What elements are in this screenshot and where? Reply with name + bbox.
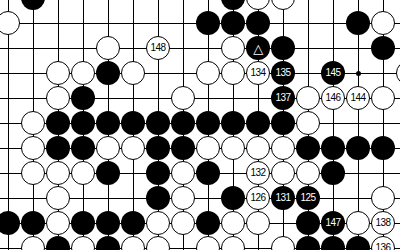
- stone-black: [96, 61, 120, 85]
- stone-white: [46, 186, 70, 210]
- stone-black: [121, 211, 145, 235]
- stone-white: [71, 161, 95, 185]
- stone-black: [96, 111, 120, 135]
- stone-white: [396, 61, 400, 85]
- stone-black: [46, 236, 70, 250]
- stone-black-move-131: 131: [271, 186, 295, 210]
- stone-black: [71, 211, 95, 235]
- stone-white: [146, 211, 170, 235]
- stone-white: [246, 136, 270, 160]
- stone-white-move-148: 148: [146, 36, 170, 60]
- stone-white-move-126: 126: [246, 186, 270, 210]
- stone-black: [321, 136, 345, 160]
- stone-white: [171, 186, 195, 210]
- stone-black-move-147: 147: [321, 211, 345, 235]
- stone-white: [196, 136, 220, 160]
- stone-white-move-134: 134: [246, 61, 270, 85]
- stone-black: [346, 11, 370, 35]
- stone-black: [296, 136, 320, 160]
- stone-white: [21, 161, 45, 185]
- stone-black: [146, 136, 170, 160]
- stone-white: [371, 11, 395, 35]
- stone-white: [221, 36, 245, 60]
- stone-white: [46, 161, 70, 185]
- stone-black: [246, 11, 270, 35]
- stone-white: [296, 86, 320, 110]
- stone-white-move-146: 146: [321, 86, 345, 110]
- stone-black: [321, 161, 345, 185]
- stone-white: [221, 211, 245, 235]
- stone-black: [46, 111, 70, 135]
- stone-black: [96, 211, 120, 235]
- stone-white-move-136: 136: [371, 236, 395, 250]
- stone-white: [21, 136, 45, 160]
- stone-white: [171, 211, 195, 235]
- stone-white: [121, 136, 145, 160]
- stone-black: [96, 161, 120, 185]
- stone-black: [21, 211, 45, 235]
- stone-white: [371, 86, 395, 110]
- stone-black-move-137: 137: [271, 86, 295, 110]
- go-board-diagram: 148△134135145137146144132126131125147138…: [0, 0, 400, 250]
- stone-black: [221, 0, 245, 10]
- stone-white-move-144: 144: [346, 86, 370, 110]
- stone-white: [271, 236, 295, 250]
- stone-black: [146, 111, 170, 135]
- stone-black: [371, 136, 395, 160]
- stone-black-move-135: 135: [271, 61, 295, 85]
- stone-black: [196, 161, 220, 185]
- stone-black: [146, 186, 170, 210]
- stone-white: [196, 236, 220, 250]
- stone-white: [271, 136, 295, 160]
- stone-white: [96, 36, 120, 60]
- stone-white: [21, 236, 45, 250]
- stone-white: [271, 0, 295, 10]
- stone-white: [121, 61, 145, 85]
- stone-black: [196, 11, 220, 35]
- stone-white: [146, 236, 170, 250]
- stone-black: [71, 136, 95, 160]
- stone-white: [296, 161, 320, 185]
- stone-black: [171, 136, 195, 160]
- stone-white: [271, 161, 295, 185]
- stone-white: [221, 136, 245, 160]
- stone-white: [296, 111, 320, 135]
- stone-black: [221, 111, 245, 135]
- stone-white: [0, 11, 20, 35]
- stone-black: [171, 111, 195, 135]
- star-point: [356, 71, 361, 76]
- stone-white: [21, 111, 45, 135]
- stone-white: [46, 211, 70, 235]
- stone-black: [246, 111, 270, 135]
- stone-white-move-132: 132: [246, 161, 270, 185]
- stone-white: [246, 211, 270, 235]
- stone-white: [371, 186, 395, 210]
- stone-black-move-125: 125: [296, 186, 320, 210]
- stone-white: [196, 61, 220, 85]
- stone-white-move-138: 138: [371, 211, 395, 235]
- stone-white: [246, 0, 270, 10]
- stone-white: [46, 61, 70, 85]
- stone-white: [96, 136, 120, 160]
- stone-black: [271, 36, 295, 60]
- stone-black: [121, 111, 145, 135]
- stone-black: [196, 111, 220, 135]
- stone-white: [221, 236, 245, 250]
- stone-black: [271, 111, 295, 135]
- stone-white: [221, 61, 245, 85]
- stone-white: [71, 236, 95, 250]
- stone-black: [96, 236, 120, 250]
- triangle-mark: △: [253, 42, 263, 55]
- stone-black: [296, 236, 320, 250]
- stone-black: [221, 186, 245, 210]
- stone-black-marked: △: [246, 36, 270, 60]
- stone-white: [346, 211, 370, 235]
- stone-black: [71, 86, 95, 110]
- stone-white: [171, 161, 195, 185]
- stone-black: [46, 136, 70, 160]
- stone-black: [346, 236, 370, 250]
- stone-black: [71, 111, 95, 135]
- stone-black: [21, 0, 45, 10]
- stone-black: [221, 11, 245, 35]
- stone-black: [346, 136, 370, 160]
- stone-black: [321, 236, 345, 250]
- stone-white: [171, 86, 195, 110]
- stone-black: [296, 211, 320, 235]
- grid-line-horizontal: [0, 48, 400, 49]
- stone-black: [0, 211, 20, 235]
- stone-white: [71, 61, 95, 85]
- stone-black: [146, 161, 170, 185]
- stone-black: [371, 36, 395, 60]
- stone-black-move-145: 145: [321, 61, 345, 85]
- stone-white: [121, 236, 145, 250]
- stone-black: [196, 211, 220, 235]
- stone-white: [46, 86, 70, 110]
